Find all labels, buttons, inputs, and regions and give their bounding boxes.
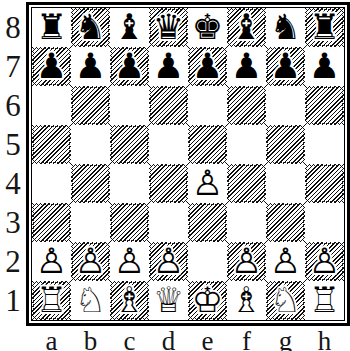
square-c2[interactable]: ♟♙ <box>110 242 149 281</box>
square-g7[interactable]: ♟♟ <box>266 47 305 86</box>
piece-fill: ♜ <box>305 8 344 47</box>
piece-fill: ♝ <box>227 8 266 47</box>
square-f6[interactable] <box>227 86 266 125</box>
piece-white-pawn: ♟♙ <box>188 164 227 203</box>
square-h1[interactable]: ♜♖ <box>305 281 344 320</box>
piece-white-pawn: ♟♙ <box>32 242 71 281</box>
rank-label-1: 1 <box>0 281 26 320</box>
file-label-b: b <box>71 326 110 351</box>
square-b3[interactable] <box>71 203 110 242</box>
file-label-f: f <box>227 326 266 351</box>
piece-glyph: ♘ <box>266 281 305 320</box>
piece-fill: ♞ <box>266 281 305 320</box>
square-g2[interactable]: ♟♙ <box>266 242 305 281</box>
square-d6[interactable] <box>149 86 188 125</box>
piece-black-pawn: ♟♟ <box>227 47 266 86</box>
square-h8[interactable]: ♜♜ <box>305 8 344 47</box>
piece-black-queen: ♛♛ <box>149 8 188 47</box>
piece-fill: ♝ <box>110 8 149 47</box>
piece-glyph: ♗ <box>227 281 266 320</box>
piece-glyph: ♘ <box>71 281 110 320</box>
piece-fill: ♟ <box>227 242 266 281</box>
piece-glyph: ♖ <box>32 281 71 320</box>
piece-fill: ♟ <box>149 47 188 86</box>
square-e7[interactable]: ♟♟ <box>188 47 227 86</box>
piece-black-rook: ♜♜ <box>32 8 71 47</box>
piece-black-knight: ♞♞ <box>71 8 110 47</box>
file-label-a: a <box>32 326 71 351</box>
square-g8[interactable]: ♞♞ <box>266 8 305 47</box>
square-e3[interactable] <box>188 203 227 242</box>
square-c1[interactable]: ♝♗ <box>110 281 149 320</box>
square-b8[interactable]: ♞♞ <box>71 8 110 47</box>
piece-black-rook: ♜♜ <box>305 8 344 47</box>
piece-white-pawn: ♟♙ <box>305 242 344 281</box>
square-f1[interactable]: ♝♗ <box>227 281 266 320</box>
piece-fill: ♟ <box>266 47 305 86</box>
piece-glyph: ♙ <box>305 242 344 281</box>
rank-label-3: 3 <box>0 203 26 242</box>
piece-glyph: ♙ <box>266 242 305 281</box>
square-e4[interactable]: ♟♙ <box>188 164 227 203</box>
square-c4[interactable] <box>110 164 149 203</box>
piece-glyph: ♞ <box>266 8 305 47</box>
square-g1[interactable]: ♞♘ <box>266 281 305 320</box>
piece-black-pawn: ♟♟ <box>188 47 227 86</box>
piece-fill: ♛ <box>149 281 188 320</box>
square-h4[interactable] <box>305 164 344 203</box>
file-label-d: d <box>149 326 188 351</box>
piece-fill: ♞ <box>266 8 305 47</box>
piece-fill: ♚ <box>188 8 227 47</box>
square-a6[interactable] <box>32 86 71 125</box>
piece-glyph: ♛ <box>149 8 188 47</box>
piece-fill: ♟ <box>149 242 188 281</box>
piece-glyph: ♖ <box>305 281 344 320</box>
chess-diagram: 87654321 ♜♜♞♞♝♝♛♛♚♚♝♝♞♞♜♜♟♟♟♟♟♟♟♟♟♟♟♟♟♟♟… <box>0 0 350 351</box>
piece-glyph: ♟ <box>71 47 110 86</box>
piece-fill: ♟ <box>110 242 149 281</box>
piece-glyph: ♟ <box>227 47 266 86</box>
piece-black-pawn: ♟♟ <box>305 47 344 86</box>
square-d2[interactable]: ♟♙ <box>149 242 188 281</box>
piece-white-knight: ♞♘ <box>71 281 110 320</box>
piece-fill: ♟ <box>305 242 344 281</box>
square-a2[interactable]: ♟♙ <box>32 242 71 281</box>
square-a5[interactable] <box>32 125 71 164</box>
rank-label-6: 6 <box>0 86 26 125</box>
piece-fill: ♟ <box>188 164 227 203</box>
rank-label-7: 7 <box>0 47 26 86</box>
square-e6[interactable] <box>188 86 227 125</box>
piece-glyph: ♜ <box>305 8 344 47</box>
piece-glyph: ♝ <box>110 8 149 47</box>
piece-fill: ♟ <box>32 47 71 86</box>
piece-fill: ♟ <box>305 47 344 86</box>
square-b4[interactable] <box>71 164 110 203</box>
piece-white-rook: ♜♖ <box>305 281 344 320</box>
piece-fill: ♟ <box>32 242 71 281</box>
piece-white-pawn: ♟♙ <box>71 242 110 281</box>
square-c3[interactable] <box>110 203 149 242</box>
file-label-c: c <box>110 326 149 351</box>
square-a8[interactable]: ♜♜ <box>32 8 71 47</box>
piece-black-bishop: ♝♝ <box>110 8 149 47</box>
square-c7[interactable]: ♟♟ <box>110 47 149 86</box>
piece-black-bishop: ♝♝ <box>227 8 266 47</box>
square-g6[interactable] <box>266 86 305 125</box>
piece-glyph: ♙ <box>110 242 149 281</box>
piece-fill: ♛ <box>149 8 188 47</box>
board-frame: ♜♜♞♞♝♝♛♛♚♚♝♝♞♞♜♜♟♟♟♟♟♟♟♟♟♟♟♟♟♟♟♟♟♙♟♙♟♙♟♙… <box>31 7 345 321</box>
square-d1[interactable]: ♛♕ <box>149 281 188 320</box>
piece-glyph: ♟ <box>32 47 71 86</box>
piece-black-pawn: ♟♟ <box>149 47 188 86</box>
chess-board: ♜♜♞♞♝♝♛♛♚♚♝♝♞♞♜♜♟♟♟♟♟♟♟♟♟♟♟♟♟♟♟♟♟♙♟♙♟♙♟♙… <box>26 2 350 326</box>
rank-label-5: 5 <box>0 125 26 164</box>
piece-black-pawn: ♟♟ <box>110 47 149 86</box>
piece-glyph: ♙ <box>188 164 227 203</box>
square-a7[interactable]: ♟♟ <box>32 47 71 86</box>
piece-black-king: ♚♚ <box>188 8 227 47</box>
square-b6[interactable] <box>71 86 110 125</box>
piece-black-knight: ♞♞ <box>266 8 305 47</box>
rank-label-4: 4 <box>0 164 26 203</box>
piece-black-pawn: ♟♟ <box>71 47 110 86</box>
square-a4[interactable] <box>32 164 71 203</box>
square-c5[interactable] <box>110 125 149 164</box>
square-h5[interactable] <box>305 125 344 164</box>
square-d4[interactable] <box>149 164 188 203</box>
piece-fill: ♟ <box>227 47 266 86</box>
square-g3[interactable] <box>266 203 305 242</box>
square-f2[interactable]: ♟♙ <box>227 242 266 281</box>
piece-glyph: ♝ <box>227 8 266 47</box>
square-c8[interactable]: ♝♝ <box>110 8 149 47</box>
piece-glyph: ♟ <box>149 47 188 86</box>
square-f3[interactable] <box>227 203 266 242</box>
piece-fill: ♟ <box>71 242 110 281</box>
piece-glyph: ♕ <box>149 281 188 320</box>
rank-label-2: 2 <box>0 242 26 281</box>
piece-white-knight: ♞♘ <box>266 281 305 320</box>
square-b2[interactable]: ♟♙ <box>71 242 110 281</box>
square-f7[interactable]: ♟♟ <box>227 47 266 86</box>
file-label-e: e <box>188 326 227 351</box>
piece-fill: ♚ <box>188 281 227 320</box>
square-d7[interactable]: ♟♟ <box>149 47 188 86</box>
piece-glyph: ♔ <box>188 281 227 320</box>
piece-white-king: ♚♔ <box>188 281 227 320</box>
square-e1[interactable]: ♚♔ <box>188 281 227 320</box>
piece-glyph: ♚ <box>188 8 227 47</box>
piece-fill: ♞ <box>71 281 110 320</box>
piece-glyph: ♟ <box>266 47 305 86</box>
piece-white-bishop: ♝♗ <box>227 281 266 320</box>
piece-glyph: ♟ <box>188 47 227 86</box>
file-labels: abcdefgh <box>32 326 344 351</box>
square-g5[interactable] <box>266 125 305 164</box>
square-h7[interactable]: ♟♟ <box>305 47 344 86</box>
piece-white-queen: ♛♕ <box>149 281 188 320</box>
square-a3[interactable] <box>32 203 71 242</box>
piece-glyph: ♙ <box>32 242 71 281</box>
square-d3[interactable] <box>149 203 188 242</box>
square-f8[interactable]: ♝♝ <box>227 8 266 47</box>
piece-fill: ♟ <box>71 47 110 86</box>
piece-white-bishop: ♝♗ <box>110 281 149 320</box>
piece-glyph: ♙ <box>71 242 110 281</box>
square-a1[interactable]: ♜♖ <box>32 281 71 320</box>
square-g4[interactable] <box>266 164 305 203</box>
square-e2[interactable] <box>188 242 227 281</box>
piece-fill: ♜ <box>32 8 71 47</box>
square-h6[interactable] <box>305 86 344 125</box>
piece-fill: ♟ <box>266 242 305 281</box>
piece-glyph: ♞ <box>71 8 110 47</box>
piece-glyph: ♙ <box>227 242 266 281</box>
piece-fill: ♟ <box>110 47 149 86</box>
piece-white-pawn: ♟♙ <box>227 242 266 281</box>
square-e5[interactable] <box>188 125 227 164</box>
piece-fill: ♜ <box>305 281 344 320</box>
square-b7[interactable]: ♟♟ <box>71 47 110 86</box>
piece-glyph: ♟ <box>110 47 149 86</box>
piece-black-pawn: ♟♟ <box>266 47 305 86</box>
piece-white-pawn: ♟♙ <box>266 242 305 281</box>
square-h2[interactable]: ♟♙ <box>305 242 344 281</box>
piece-glyph: ♟ <box>305 47 344 86</box>
square-e8[interactable]: ♚♚ <box>188 8 227 47</box>
square-b1[interactable]: ♞♘ <box>71 281 110 320</box>
piece-glyph: ♜ <box>32 8 71 47</box>
square-d5[interactable] <box>149 125 188 164</box>
rank-label-8: 8 <box>0 8 26 47</box>
square-f4[interactable] <box>227 164 266 203</box>
file-label-g: g <box>266 326 305 351</box>
piece-fill: ♟ <box>188 47 227 86</box>
rank-labels: 87654321 <box>0 8 26 320</box>
square-f5[interactable] <box>227 125 266 164</box>
board-grid: ♜♜♞♞♝♝♛♛♚♚♝♝♞♞♜♜♟♟♟♟♟♟♟♟♟♟♟♟♟♟♟♟♟♙♟♙♟♙♟♙… <box>32 8 344 320</box>
piece-white-pawn: ♟♙ <box>149 242 188 281</box>
piece-glyph: ♗ <box>110 281 149 320</box>
square-d8[interactable]: ♛♛ <box>149 8 188 47</box>
piece-fill: ♝ <box>227 281 266 320</box>
file-label-h: h <box>305 326 344 351</box>
piece-black-pawn: ♟♟ <box>32 47 71 86</box>
piece-fill: ♞ <box>71 8 110 47</box>
piece-fill: ♝ <box>110 281 149 320</box>
square-h3[interactable] <box>305 203 344 242</box>
piece-fill: ♜ <box>32 281 71 320</box>
piece-white-pawn: ♟♙ <box>110 242 149 281</box>
square-c6[interactable] <box>110 86 149 125</box>
square-b5[interactable] <box>71 125 110 164</box>
piece-glyph: ♙ <box>149 242 188 281</box>
piece-white-rook: ♜♖ <box>32 281 71 320</box>
